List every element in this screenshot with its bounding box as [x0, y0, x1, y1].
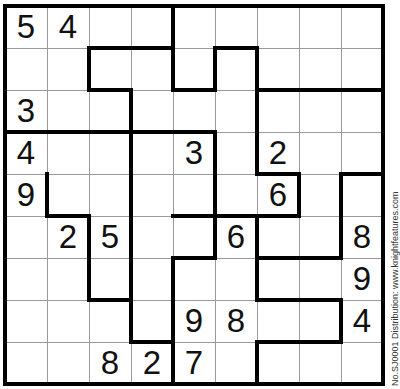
cell-r4c3[interactable] — [89, 132, 131, 174]
given-digit-r9c5: 7 — [173, 342, 215, 384]
cell-r7c5[interactable] — [173, 258, 215, 300]
region-border-h — [213, 46, 259, 50]
cell-r1c8[interactable] — [299, 6, 341, 48]
cell-r2c1[interactable] — [5, 48, 47, 90]
region-border-h — [87, 46, 133, 50]
region-border-h — [129, 130, 175, 134]
cell-r6c8[interactable] — [299, 216, 341, 258]
given-digit-r6c3: 5 — [89, 216, 131, 258]
cell-r7c3[interactable] — [89, 258, 131, 300]
region-border-h — [87, 298, 133, 302]
region-border-h — [297, 88, 343, 92]
cell-r3c2[interactable] — [47, 90, 89, 132]
region-border-v — [129, 298, 133, 344]
cell-r5c8[interactable] — [299, 174, 341, 216]
cell-r4c4[interactable] — [131, 132, 173, 174]
cell-r5c4[interactable] — [131, 174, 173, 216]
region-border-v — [213, 172, 217, 218]
region-border-v — [129, 88, 133, 134]
given-digit-r3c1: 3 — [5, 90, 47, 132]
region-border-v — [129, 256, 133, 302]
given-digit-r6c2: 2 — [47, 216, 89, 258]
cell-r6c1[interactable] — [5, 216, 47, 258]
cell-r7c4[interactable] — [131, 258, 173, 300]
given-digit-r5c7: 6 — [257, 174, 299, 216]
region-border-v — [339, 172, 343, 218]
cell-r9c9[interactable] — [341, 342, 383, 384]
cell-r9c1[interactable] — [5, 342, 47, 384]
cell-r3c8[interactable] — [299, 90, 341, 132]
cell-r7c7[interactable] — [257, 258, 299, 300]
region-border-v — [171, 4, 175, 50]
given-digit-r6c6: 6 — [215, 216, 257, 258]
cell-r7c1[interactable] — [5, 258, 47, 300]
region-border-h — [297, 340, 343, 344]
cell-r2c7[interactable] — [257, 48, 299, 90]
region-border-v — [255, 340, 259, 386]
region-border-h — [171, 88, 217, 92]
cell-r8c7[interactable] — [257, 300, 299, 342]
side-caption: No.SJ0001 Distribution: www.knightfeatur… — [390, 191, 400, 386]
cell-r2c9[interactable] — [341, 48, 383, 90]
cell-r4c6[interactable] — [215, 132, 257, 174]
cell-r2c4[interactable] — [131, 48, 173, 90]
cell-r6c7[interactable] — [257, 216, 299, 258]
region-border-h — [45, 130, 91, 134]
region-border-v — [129, 130, 133, 176]
cell-r2c5[interactable] — [173, 48, 215, 90]
cell-r3c7[interactable] — [257, 90, 299, 132]
cell-r9c8[interactable] — [299, 342, 341, 384]
cell-r3c9[interactable] — [341, 90, 383, 132]
cell-r8c3[interactable] — [89, 300, 131, 342]
given-digit-r1c2: 4 — [47, 6, 89, 48]
region-border-h — [171, 214, 217, 218]
given-digit-r1c1: 5 — [5, 6, 47, 48]
cell-r5c5[interactable] — [173, 174, 215, 216]
region-border-h — [255, 298, 301, 302]
cell-r1c9[interactable] — [341, 6, 383, 48]
cell-r7c8[interactable] — [299, 258, 341, 300]
region-border-v — [171, 256, 175, 302]
given-digit-r8c9: 4 — [341, 300, 383, 342]
region-border-h — [87, 130, 133, 134]
cell-r7c2[interactable] — [47, 258, 89, 300]
cell-r8c4[interactable] — [131, 300, 173, 342]
cell-r4c9[interactable] — [341, 132, 383, 174]
sudoku-board: 5434329625689984827 — [5, 6, 383, 384]
region-border-v — [255, 88, 259, 134]
cell-r5c3[interactable] — [89, 174, 131, 216]
region-border-v — [255, 46, 259, 92]
region-border-h — [129, 46, 175, 50]
given-digit-r5c1: 9 — [5, 174, 47, 216]
cell-r4c8[interactable] — [299, 132, 341, 174]
region-border-h — [87, 88, 133, 92]
region-border-h — [171, 256, 217, 260]
given-digit-r9c3: 8 — [89, 342, 131, 384]
cell-r3c5[interactable] — [173, 90, 215, 132]
region-border-h — [297, 256, 343, 260]
region-border-v — [129, 172, 133, 218]
cell-r1c4[interactable] — [131, 6, 173, 48]
given-digit-r4c1: 4 — [5, 132, 47, 174]
region-border-h — [255, 88, 301, 92]
cell-r6c4[interactable] — [131, 216, 173, 258]
cell-r1c6[interactable] — [215, 6, 257, 48]
given-digit-r6c9: 8 — [341, 216, 383, 258]
region-border-h — [297, 298, 343, 302]
cell-r8c2[interactable] — [47, 300, 89, 342]
given-digit-r8c6: 8 — [215, 300, 257, 342]
cell-r2c8[interactable] — [299, 48, 341, 90]
cell-r6c5[interactable] — [173, 216, 215, 258]
cell-r8c1[interactable] — [5, 300, 47, 342]
cell-r5c6[interactable] — [215, 174, 257, 216]
region-border-h — [339, 172, 385, 176]
cell-r4c2[interactable] — [47, 132, 89, 174]
region-border-h — [255, 340, 301, 344]
cell-r2c2[interactable] — [47, 48, 89, 90]
cell-r2c3[interactable] — [89, 48, 131, 90]
puzzle-page: 5434329625689984827 No.SJ0001 Distributi… — [0, 0, 400, 389]
region-border-v — [87, 256, 91, 302]
cell-r5c9[interactable] — [341, 174, 383, 216]
region-border-v — [171, 46, 175, 92]
cell-r9c7[interactable] — [257, 342, 299, 384]
cell-r3c3[interactable] — [89, 90, 131, 132]
given-digit-r9c4: 2 — [131, 342, 173, 384]
cell-r3c6[interactable] — [215, 90, 257, 132]
given-digit-r4c7: 2 — [257, 132, 299, 174]
cell-r1c5[interactable] — [173, 6, 215, 48]
region-border-v — [255, 256, 259, 302]
given-digit-r7c9: 9 — [341, 258, 383, 300]
region-border-v — [213, 46, 217, 92]
region-border-v — [87, 46, 91, 92]
cell-r9c2[interactable] — [47, 342, 89, 384]
region-border-h — [339, 88, 385, 92]
cell-r1c3[interactable] — [89, 6, 131, 48]
cell-r3c4[interactable] — [131, 90, 173, 132]
cell-r8c8[interactable] — [299, 300, 341, 342]
given-digit-r4c5: 3 — [173, 132, 215, 174]
cell-r7c6[interactable] — [215, 258, 257, 300]
region-border-h — [255, 256, 301, 260]
given-digit-r8c5: 9 — [173, 300, 215, 342]
cell-r9c6[interactable] — [215, 342, 257, 384]
cell-r1c7[interactable] — [257, 6, 299, 48]
cell-r2c6[interactable] — [215, 48, 257, 90]
cell-r5c2[interactable] — [47, 174, 89, 216]
